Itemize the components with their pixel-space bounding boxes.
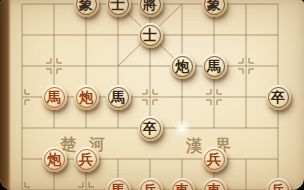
highlight-dot bbox=[173, 119, 191, 137]
piece-black-horse[interactable]: 馬 bbox=[106, 85, 131, 110]
piece-red-soldier[interactable]: 兵 bbox=[202, 147, 227, 172]
piece-black-soldier[interactable]: 卒 bbox=[138, 116, 163, 141]
piece-red-cannon[interactable]: 炮 bbox=[74, 85, 99, 110]
piece-black-cannon[interactable]: 炮 bbox=[170, 54, 195, 79]
piece-black-advisor[interactable]: 士 bbox=[138, 23, 163, 48]
piece-red-cannon[interactable]: 炮 bbox=[42, 147, 67, 172]
piece-red-soldier[interactable]: 兵 bbox=[74, 147, 99, 172]
xiangqi-board[interactable]: 楚河 漢界 象士將象士炮馬馬炮馬卒卒炮兵兵馬兵車車兵 bbox=[0, 0, 304, 190]
piece-red-horse[interactable]: 馬 bbox=[42, 85, 67, 110]
piece-black-soldier[interactable]: 卒 bbox=[266, 85, 291, 110]
board-wood-frame bbox=[0, 0, 11, 190]
piece-black-horse[interactable]: 馬 bbox=[202, 54, 227, 79]
